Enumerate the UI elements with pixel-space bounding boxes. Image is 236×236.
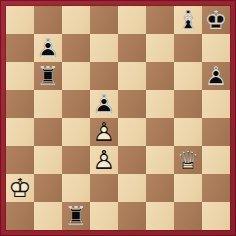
- square-h7[interactable]: [202, 34, 230, 62]
- black-rook-b6[interactable]: ♜♖: [34, 62, 62, 90]
- chess-board: ♝♗♚♔♟♙♜♖♟♙♟♙♟♙♟♙♛♕♚♔♜♖: [6, 6, 230, 230]
- queen-glyph-outline: ♕: [174, 146, 202, 174]
- square-g8[interactable]: ♝♗: [174, 6, 202, 34]
- black-pawn-d5[interactable]: ♟♙: [90, 90, 118, 118]
- square-g6[interactable]: [174, 62, 202, 90]
- pawn-glyph-outline: ♙: [90, 118, 118, 146]
- black-bishop-g8[interactable]: ♝♗: [174, 6, 202, 34]
- square-d8[interactable]: [90, 6, 118, 34]
- square-h1[interactable]: [202, 202, 230, 230]
- square-a7[interactable]: [6, 34, 34, 62]
- square-f6[interactable]: [146, 62, 174, 90]
- square-b5[interactable]: [34, 90, 62, 118]
- pawn-glyph-outline: ♙: [34, 34, 62, 62]
- square-c5[interactable]: [62, 90, 90, 118]
- pawn-glyph-outline: ♙: [90, 146, 118, 174]
- square-d1[interactable]: [90, 202, 118, 230]
- square-g3[interactable]: ♛♕: [174, 146, 202, 174]
- square-b2[interactable]: [34, 174, 62, 202]
- black-pawn-b7[interactable]: ♟♙: [34, 34, 62, 62]
- square-c8[interactable]: [62, 6, 90, 34]
- square-e3[interactable]: [118, 146, 146, 174]
- white-pawn-d4[interactable]: ♟♙: [90, 118, 118, 146]
- square-b8[interactable]: [34, 6, 62, 34]
- square-b4[interactable]: [34, 118, 62, 146]
- square-h4[interactable]: [202, 118, 230, 146]
- square-g7[interactable]: [174, 34, 202, 62]
- black-rook-c1[interactable]: ♜♖: [62, 202, 90, 230]
- square-d2[interactable]: [90, 174, 118, 202]
- square-a5[interactable]: [6, 90, 34, 118]
- square-e4[interactable]: [118, 118, 146, 146]
- square-g1[interactable]: [174, 202, 202, 230]
- square-c4[interactable]: [62, 118, 90, 146]
- square-d5[interactable]: ♟♙: [90, 90, 118, 118]
- square-f8[interactable]: [146, 6, 174, 34]
- square-e5[interactable]: [118, 90, 146, 118]
- square-h6[interactable]: ♟♙: [202, 62, 230, 90]
- square-e6[interactable]: [118, 62, 146, 90]
- king-glyph-outline: ♔: [6, 174, 34, 202]
- square-f4[interactable]: [146, 118, 174, 146]
- square-d4[interactable]: ♟♙: [90, 118, 118, 146]
- square-h3[interactable]: [202, 146, 230, 174]
- black-pawn-h6[interactable]: ♟♙: [202, 62, 230, 90]
- square-a4[interactable]: [6, 118, 34, 146]
- square-h2[interactable]: [202, 174, 230, 202]
- square-f3[interactable]: [146, 146, 174, 174]
- square-b3[interactable]: [34, 146, 62, 174]
- square-c6[interactable]: [62, 62, 90, 90]
- square-a1[interactable]: [6, 202, 34, 230]
- square-b1[interactable]: [34, 202, 62, 230]
- king-glyph-outline: ♔: [202, 6, 230, 34]
- square-c1[interactable]: ♜♖: [62, 202, 90, 230]
- board-frame: ♝♗♚♔♟♙♜♖♟♙♟♙♟♙♟♙♛♕♚♔♜♖: [0, 0, 236, 236]
- square-b7[interactable]: ♟♙: [34, 34, 62, 62]
- rook-glyph-outline: ♖: [62, 202, 90, 230]
- bishop-glyph-outline: ♗: [174, 6, 202, 34]
- black-king-h8[interactable]: ♚♔: [202, 6, 230, 34]
- square-d3[interactable]: ♟♙: [90, 146, 118, 174]
- square-e8[interactable]: [118, 6, 146, 34]
- rook-glyph-outline: ♖: [34, 62, 62, 90]
- white-king-a2[interactable]: ♚♔: [6, 174, 34, 202]
- white-queen-g3[interactable]: ♛♕: [174, 146, 202, 174]
- square-f2[interactable]: [146, 174, 174, 202]
- square-c7[interactable]: [62, 34, 90, 62]
- square-h5[interactable]: [202, 90, 230, 118]
- square-e7[interactable]: [118, 34, 146, 62]
- square-f1[interactable]: [146, 202, 174, 230]
- square-d7[interactable]: [90, 34, 118, 62]
- square-e1[interactable]: [118, 202, 146, 230]
- square-a3[interactable]: [6, 146, 34, 174]
- square-c2[interactable]: [62, 174, 90, 202]
- square-c3[interactable]: [62, 146, 90, 174]
- square-a2[interactable]: ♚♔: [6, 174, 34, 202]
- square-f5[interactable]: [146, 90, 174, 118]
- square-d6[interactable]: [90, 62, 118, 90]
- square-g2[interactable]: [174, 174, 202, 202]
- pawn-glyph-outline: ♙: [202, 62, 230, 90]
- white-pawn-d3[interactable]: ♟♙: [90, 146, 118, 174]
- square-g5[interactable]: [174, 90, 202, 118]
- square-e2[interactable]: [118, 174, 146, 202]
- square-g4[interactable]: [174, 118, 202, 146]
- square-f7[interactable]: [146, 34, 174, 62]
- square-h8[interactable]: ♚♔: [202, 6, 230, 34]
- square-a6[interactable]: [6, 62, 34, 90]
- square-a8[interactable]: [6, 6, 34, 34]
- square-b6[interactable]: ♜♖: [34, 62, 62, 90]
- pawn-glyph-outline: ♙: [90, 90, 118, 118]
